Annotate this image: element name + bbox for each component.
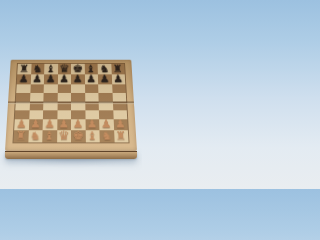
square-e1[interactable]: ♚: [71, 130, 85, 142]
black-pawn[interactable]: ♟: [86, 74, 96, 84]
black-knight[interactable]: ♞: [32, 63, 42, 73]
black-pawn[interactable]: ♟: [113, 74, 124, 84]
black-knight[interactable]: ♞: [99, 63, 109, 73]
square-e6[interactable]: [71, 84, 85, 93]
black-rook[interactable]: ♜: [113, 63, 123, 73]
square-g6[interactable]: [98, 84, 112, 93]
square-a6[interactable]: [16, 84, 30, 93]
square-g7[interactable]: ♟: [98, 74, 112, 84]
black-pawn[interactable]: ♟: [18, 74, 29, 84]
square-d5[interactable]: [57, 93, 71, 102]
white-queen[interactable]: ♛: [58, 129, 70, 141]
board-hinge-seam: [8, 102, 134, 105]
chess-board: ♜♞♝♛♚♝♞♜♟♟♟♟♟♟♟♟♟♟♟♟♟♟♟♟♜♞♝♛♚♝♞♜: [5, 60, 137, 151]
white-king[interactable]: ♚: [72, 129, 84, 141]
white-pawn[interactable]: ♟: [115, 118, 126, 129]
white-knight[interactable]: ♞: [101, 130, 112, 141]
black-pawn[interactable]: ♟: [73, 74, 83, 84]
black-rook[interactable]: ♜: [19, 63, 29, 73]
square-b5[interactable]: [30, 93, 44, 102]
white-pawn[interactable]: ♟: [101, 118, 112, 129]
square-h1[interactable]: ♜: [114, 130, 129, 142]
square-e7[interactable]: ♟: [71, 74, 85, 84]
square-d6[interactable]: [57, 84, 71, 93]
black-bishop[interactable]: ♝: [86, 63, 96, 73]
square-a1[interactable]: ♜: [13, 130, 28, 142]
square-d1[interactable]: ♛: [57, 130, 71, 142]
black-pawn[interactable]: ♟: [46, 74, 56, 84]
square-e5[interactable]: [71, 93, 85, 102]
square-f5[interactable]: [85, 93, 99, 102]
square-d7[interactable]: ♟: [57, 74, 71, 84]
white-pawn[interactable]: ♟: [16, 118, 27, 129]
square-a5[interactable]: [16, 93, 30, 102]
black-pawn[interactable]: ♟: [59, 74, 69, 84]
photo-scene: ♜♞♝♛♚♝♞♜♟♟♟♟♟♟♟♟♟♟♟♟♟♟♟♟♜♞♝♛♚♝♞♜: [0, 0, 142, 189]
white-rook[interactable]: ♜: [115, 130, 126, 141]
board-front-edge: [5, 151, 137, 159]
white-pawn[interactable]: ♟: [87, 118, 98, 129]
square-f7[interactable]: ♟: [84, 74, 98, 84]
square-c7[interactable]: ♟: [44, 74, 58, 84]
square-f1[interactable]: ♝: [85, 130, 100, 142]
square-h5[interactable]: [112, 93, 126, 102]
square-b6[interactable]: [30, 84, 44, 93]
white-rook[interactable]: ♜: [15, 130, 26, 141]
board-perspective-wrapper: ♜♞♝♛♚♝♞♜♟♟♟♟♟♟♟♟♟♟♟♟♟♟♟♟♜♞♝♛♚♝♞♜: [5, 60, 137, 151]
square-c1[interactable]: ♝: [42, 130, 57, 142]
white-pawn[interactable]: ♟: [30, 118, 41, 129]
white-pawn[interactable]: ♟: [44, 118, 55, 129]
white-bishop[interactable]: ♝: [87, 130, 98, 141]
square-c6[interactable]: [44, 84, 58, 93]
square-c5[interactable]: [43, 93, 57, 102]
white-bishop[interactable]: ♝: [44, 130, 55, 141]
square-g5[interactable]: [98, 93, 112, 102]
white-knight[interactable]: ♞: [30, 130, 41, 141]
square-a7[interactable]: ♟: [17, 74, 31, 84]
black-pawn[interactable]: ♟: [32, 74, 42, 84]
square-g1[interactable]: ♞: [99, 130, 114, 142]
square-h7[interactable]: ♟: [111, 74, 125, 84]
square-h6[interactable]: [112, 84, 126, 93]
square-f6[interactable]: [85, 84, 99, 93]
black-pawn[interactable]: ♟: [100, 74, 110, 84]
black-bishop[interactable]: ♝: [46, 63, 56, 73]
square-b7[interactable]: ♟: [30, 74, 44, 84]
square-b1[interactable]: ♞: [28, 130, 43, 142]
